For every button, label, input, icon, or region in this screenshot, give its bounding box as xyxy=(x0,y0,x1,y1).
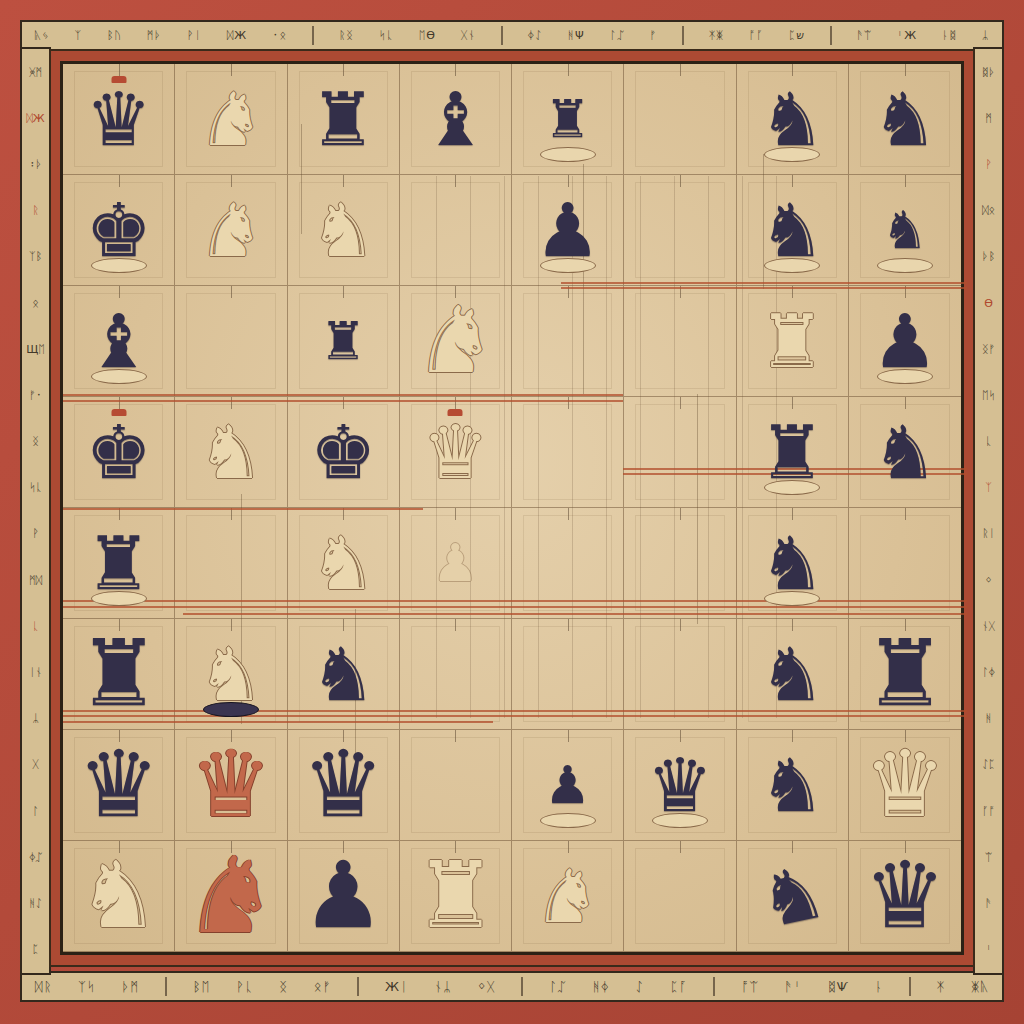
piece-dark-king[interactable]: ♚ xyxy=(63,397,174,507)
king-glyph: ♚ xyxy=(85,193,151,267)
pseudo-glyph: ᛒᚢ xyxy=(107,30,122,41)
pseudo-glyph: ᛗ xyxy=(985,113,992,124)
cell-b1[interactable]: ♞ xyxy=(175,841,287,952)
cell-f1[interactable] xyxy=(624,841,736,952)
pseudo-glyph: ᚩᛠ xyxy=(741,980,759,993)
piece-dark-queen[interactable]: ♛ xyxy=(849,841,961,951)
queen-glyph: ♛ xyxy=(190,739,272,831)
pseudo-glyph: ᚹ xyxy=(985,159,992,170)
rook-glyph: ♜ xyxy=(320,315,367,367)
queen-glyph: ♛ xyxy=(864,739,946,831)
cell-b3[interactable]: ♞ xyxy=(175,619,287,730)
piece-dark-rook[interactable]: ♜ xyxy=(512,64,623,174)
piece-light-knight[interactable]: ♞ xyxy=(288,508,399,618)
piece-dark-knight[interactable]: ♞ xyxy=(737,175,848,285)
queen-glyph: ♛ xyxy=(647,748,713,822)
pseudo-glyph: ᚷᚾ xyxy=(461,30,476,41)
piece-dark-pawn[interactable]: ♟ xyxy=(849,286,961,396)
piece-dark-knight[interactable]: ♞ xyxy=(737,841,848,951)
pseudo-glyph: ᚻΨ xyxy=(567,30,584,41)
queen-glyph: ♛ xyxy=(422,415,488,489)
pseudo-glyph: ᛗᛞ xyxy=(29,575,42,586)
band-divider xyxy=(357,977,359,996)
piece-light-pawn[interactable]: ♟ xyxy=(400,508,511,618)
cell-a6[interactable]: ♝ xyxy=(63,286,175,397)
red-crown-accent xyxy=(111,409,126,416)
pseudo-glyph: ᛤᚣ xyxy=(971,980,989,993)
rook-glyph: ♜ xyxy=(77,628,159,720)
piece-light-knight[interactable]: ♞ xyxy=(63,841,174,951)
pseudo-glyph: ᛝ xyxy=(32,436,39,447)
pseudo-glyph: ᛡᛤ xyxy=(709,30,724,41)
piece-light-queen[interactable]: ♛ xyxy=(400,397,511,507)
cell-b2[interactable]: ♛ xyxy=(175,730,287,841)
piece-dark-knight[interactable]: ♞ xyxy=(737,64,848,174)
piece-light-knight[interactable]: ♞ xyxy=(175,619,286,729)
knight-glyph: ♞ xyxy=(534,859,600,933)
king-glyph: ♚ xyxy=(85,415,151,489)
piece-dark-rook[interactable]: ♜ xyxy=(63,508,174,618)
piece-dark-knight[interactable]: ♞ xyxy=(737,730,848,840)
cell-f8[interactable] xyxy=(624,64,736,175)
pseudo-glyph: ᛖѲ xyxy=(419,30,436,41)
pseudo-glyph: ᚿᛥ xyxy=(942,30,957,41)
piece-light-knight[interactable]: ♞ xyxy=(400,286,511,396)
cell-g1[interactable]: ♞ xyxy=(737,841,849,952)
knight-glyph: ♞ xyxy=(882,204,929,256)
pseudo-glyph: ᚹ xyxy=(32,528,39,539)
cell-g6[interactable]: ♜ xyxy=(737,286,849,397)
cell-g8[interactable]: ♞ xyxy=(737,64,849,175)
cell-a7[interactable]: ♚ xyxy=(63,175,175,286)
piece-light-knight[interactable]: ♞ xyxy=(175,175,286,285)
pseudo-glyph: ᚳ xyxy=(32,621,39,632)
pseudo-glyph: ᚳ xyxy=(985,436,992,447)
pseudo-glyph: ᚱᛁ xyxy=(982,528,995,539)
cell-f3[interactable] xyxy=(624,619,736,730)
cell-a3[interactable]: ♜ xyxy=(63,619,175,730)
cell-d1[interactable]: ♜ xyxy=(400,841,512,952)
pseudo-glyph: ᛒᛖ xyxy=(193,980,211,993)
piece-light-queen[interactable]: ♛ xyxy=(849,730,961,840)
knight-glyph: ♞ xyxy=(872,415,938,489)
queen-glyph: ♛ xyxy=(85,82,151,156)
piece-light-knight[interactable]: ♞ xyxy=(175,64,286,174)
band-divider xyxy=(909,977,911,996)
knight-glyph: ♞ xyxy=(752,853,832,939)
bishop-glyph: ♝ xyxy=(422,82,488,156)
cell-d8[interactable]: ♝ xyxy=(400,64,512,175)
pseudo-glyph: ᛝ xyxy=(279,980,288,993)
piece-light-knight[interactable]: ♞ xyxy=(175,397,286,507)
knight-glyph: ♞ xyxy=(310,637,376,711)
cell-d3[interactable] xyxy=(400,619,512,730)
piece-dark-rook[interactable]: ♜ xyxy=(63,619,174,729)
pseudo-glyph: ᛥᚦ xyxy=(982,67,995,78)
king-glyph: ♚ xyxy=(310,415,376,489)
pseudo-glyph: ᛇ xyxy=(636,980,645,993)
cell-e8[interactable]: ♜ xyxy=(512,64,624,175)
pawn-glyph: ♟ xyxy=(432,537,479,589)
piece-dark-queen[interactable]: ♛ xyxy=(288,730,399,840)
pseudo-glyph: ᛗᚦ xyxy=(147,30,162,41)
cell-h7[interactable]: ♞ xyxy=(849,175,961,286)
piece-dark-knight[interactable]: ♞ xyxy=(849,397,961,507)
knight-glyph: ♞ xyxy=(759,193,825,267)
piece-dark-bishop[interactable]: ♝ xyxy=(400,64,511,174)
pseudo-glyph: ᛉᛋ xyxy=(78,980,96,993)
piece-dark-king[interactable]: ♚ xyxy=(288,397,399,507)
pseudo-glyph: ᚦᛒ xyxy=(982,251,995,262)
cell-b8[interactable]: ♞ xyxy=(175,64,287,175)
piece-dark-queen[interactable]: ♛ xyxy=(624,730,735,840)
pseudo-glyph: ᚠ᛫ xyxy=(29,390,42,401)
cell-h1[interactable]: ♛ xyxy=(849,841,961,952)
cell-b5[interactable]: ♞ xyxy=(175,397,287,508)
pseudo-glyph: ᛞᛟ xyxy=(982,205,995,216)
rook-glyph: ♜ xyxy=(310,82,376,156)
pseudo-glyph: ᚦᛗ xyxy=(122,980,140,993)
cell-a4[interactable]: ♜ xyxy=(63,508,175,619)
piece-light-rook[interactable]: ♜ xyxy=(737,286,848,396)
piece-dark-knight[interactable]: ♞ xyxy=(849,64,961,174)
cell-c6[interactable]: ♜ xyxy=(288,286,400,397)
knight-glyph: ♞ xyxy=(414,295,496,387)
piece-light-rook[interactable]: ♜ xyxy=(400,841,511,951)
pseudo-glyph: ᛈᚪ xyxy=(670,980,688,993)
piece-dark-king[interactable]: ♚ xyxy=(63,175,174,285)
piece-base-light xyxy=(540,147,596,162)
knight-glyph: ♞ xyxy=(310,193,376,267)
cell-c8[interactable]: ♜ xyxy=(288,64,400,175)
piece-dark-rook[interactable]: ♜ xyxy=(288,286,399,396)
piece-dark-pawn[interactable]: ♟ xyxy=(512,730,623,840)
pseudo-glyph: ᛈש xyxy=(789,30,805,41)
pseudo-glyph: ᚻᛄ xyxy=(592,980,610,993)
pseudo-glyph: Жᛁ xyxy=(385,980,409,993)
cell-h2[interactable]: ♛ xyxy=(849,730,961,841)
piece-light-knight[interactable]: ♞ xyxy=(288,175,399,285)
pseudo-glyph: ᛌЖ xyxy=(897,30,917,41)
cell-h3[interactable]: ♜ xyxy=(849,619,961,730)
cell-d7[interactable] xyxy=(400,175,512,286)
pseudo-glyph: ᛜ xyxy=(985,575,992,586)
queen-glyph: ♛ xyxy=(77,739,159,831)
border-band-right: ᛥᚦᛗᚹᛞᛟᚦᛒѲᛝᚠᛖᛋᚳᛉᚱᛁᛜᚾᚷᛚᛄᚻᛇᛈᚪᚩᛠᚫᛌ xyxy=(973,47,1004,975)
piece-red-queen[interactable]: ♛ xyxy=(175,730,286,840)
pseudo-glyph: ᛌ xyxy=(985,944,992,955)
cell-e4[interactable] xyxy=(512,508,624,619)
cell-f2[interactable]: ♛ xyxy=(624,730,736,841)
piece-dark-rook[interactable]: ♜ xyxy=(288,64,399,174)
cell-b6[interactable] xyxy=(175,286,287,397)
red-crown-accent xyxy=(448,409,463,416)
piece-light-knight[interactable]: ♞ xyxy=(512,841,623,951)
pseudo-glyph: ᚿ xyxy=(875,980,884,993)
pseudo-glyph: ᛫ᛟ xyxy=(272,30,287,41)
pseudo-glyph: ᛜᚷ xyxy=(478,980,496,993)
cell-a8[interactable]: ♛ xyxy=(63,64,175,175)
cell-g3[interactable]: ♞ xyxy=(737,619,849,730)
band-divider xyxy=(312,26,314,45)
cell-g5[interactable]: ♜ xyxy=(737,397,849,508)
pseudo-glyph: ᚻ xyxy=(985,713,992,724)
band-divider xyxy=(521,977,523,996)
cell-g4[interactable]: ♞ xyxy=(737,508,849,619)
piece-dark-knight[interactable]: ♞ xyxy=(737,619,848,729)
pseudo-glyph: ᛚᛄ xyxy=(982,667,995,678)
knight-glyph: ♞ xyxy=(759,82,825,156)
framed-chess-plate: ᚣᛃᛉᛒᚢᛗᚦᚹᛁᛞЖ᛫ᛟᚱᛝᛋᚳᛖѲᚷᚾᛄᛇᚻΨᛚᛢᚠᛡᛤᚩᚪᛈשᚫᛠᛌЖᚿᛥ… xyxy=(0,0,1024,1024)
pseudo-glyph: ᚫᛌ xyxy=(785,980,803,993)
red-crown-accent xyxy=(111,76,126,83)
pseudo-glyph: ᛁᚾ xyxy=(29,667,42,678)
rook-glyph: ♜ xyxy=(544,93,591,145)
knight-glyph: ♞ xyxy=(872,82,938,156)
queen-glyph: ♛ xyxy=(864,850,946,942)
cell-e1[interactable]: ♞ xyxy=(512,841,624,952)
pseudo-glyph: ᚻᛇ xyxy=(29,898,42,909)
border-band-left: ᚸᛗᛞЖ᛬ᚦᚱᛉᛒᛟЩᛖᚠ᛫ᛝᛋᚳᚹᛗᛞᚳᛁᚾᛦᚷᛚᛄᛢᚻᛇᛈ xyxy=(20,47,51,975)
queen-glyph: ♛ xyxy=(302,739,384,831)
pseudo-glyph: ᛈ xyxy=(32,944,39,955)
rook-glyph: ♜ xyxy=(414,850,496,942)
pseudo-glyph: ᛚᛢ xyxy=(610,30,625,41)
rook-glyph: ♜ xyxy=(759,415,825,489)
knight-glyph: ♞ xyxy=(198,637,264,711)
cell-e5[interactable] xyxy=(512,397,624,508)
band-divider xyxy=(830,26,832,45)
knight-glyph: ♞ xyxy=(183,843,278,949)
pseudo-glyph: ᛋᚳ xyxy=(29,482,42,493)
cell-d4[interactable]: ♟ xyxy=(400,508,512,619)
piece-dark-knight[interactable]: ♞ xyxy=(849,175,961,285)
pseudo-glyph: ᛡ xyxy=(937,980,946,993)
pawn-glyph: ♟ xyxy=(534,193,600,267)
piece-dark-knight[interactable]: ♞ xyxy=(288,619,399,729)
band-divider xyxy=(501,26,503,45)
cell-f5[interactable] xyxy=(624,397,736,508)
rook-glyph: ♜ xyxy=(85,526,151,600)
cell-e6[interactable] xyxy=(512,286,624,397)
cell-d5[interactable]: ♛ xyxy=(400,397,512,508)
pseudo-glyph: ᛞЖ xyxy=(26,113,44,124)
pseudo-glyph: ᚱ xyxy=(32,205,39,216)
piece-dark-pawn[interactable]: ♟ xyxy=(288,841,399,951)
pseudo-glyph: ᚾᚷ xyxy=(982,621,995,632)
cell-f7[interactable] xyxy=(624,175,736,286)
pseudo-glyph: ᛞᚱ xyxy=(35,980,53,993)
border-band-bottom: ᛞᚱᛉᛋᚦᛗᛒᛖᚹᚳᛝᛟᚠЖᛁᚾᛦᛜᚷᛚᛢᚻᛄᛇᛈᚪᚩᛠᚫᛌᛥѰᚿᛡᛤᚣ xyxy=(20,971,1004,1002)
piece-dark-rook[interactable]: ♜ xyxy=(849,619,961,729)
pseudo-glyph: ᛬ᚦ xyxy=(29,159,42,170)
piece-dark-queen[interactable]: ♛ xyxy=(63,730,174,840)
border-band-top: ᚣᛃᛉᛒᚢᛗᚦᚹᛁᛞЖ᛫ᛟᚱᛝᛋᚳᛖѲᚷᚾᛄᛇᚻΨᛚᛢᚠᛡᛤᚩᚪᛈשᚫᛠᛌЖᚿᛥ… xyxy=(20,20,1004,51)
pseudo-glyph: ᚠ xyxy=(650,30,658,41)
pseudo-glyph: ᚾᛦ xyxy=(434,980,452,993)
band-divider xyxy=(165,977,167,996)
pseudo-glyph: ᚷ xyxy=(32,759,39,770)
cell-h5[interactable]: ♞ xyxy=(849,397,961,508)
pseudo-glyph: ᚹᚳ xyxy=(236,980,254,993)
pseudo-glyph: ᚩᚪ xyxy=(749,30,764,41)
cell-c4[interactable]: ♞ xyxy=(288,508,400,619)
pseudo-glyph: ᚫ xyxy=(985,898,992,909)
pseudo-glyph: Щᛖ xyxy=(26,344,45,355)
piece-base-light xyxy=(877,258,933,273)
cell-c1[interactable]: ♟ xyxy=(288,841,400,952)
piece-dark-bishop[interactable]: ♝ xyxy=(63,286,174,396)
pawn-glyph: ♟ xyxy=(302,850,384,942)
knight-glyph: ♞ xyxy=(198,415,264,489)
pseudo-glyph: ᛋᚳ xyxy=(379,30,394,41)
rook-glyph: ♜ xyxy=(864,628,946,720)
pseudo-glyph: ᚫᛠ xyxy=(857,30,872,41)
pseudo-glyph: ᚣᛃ xyxy=(34,30,49,41)
knight-glyph: ♞ xyxy=(759,637,825,711)
pseudo-glyph: ᛚ xyxy=(32,806,39,817)
pseudo-glyph: ᛦ xyxy=(32,713,39,724)
bishop-glyph: ♝ xyxy=(85,304,151,378)
pawn-glyph: ♟ xyxy=(544,759,591,811)
pseudo-glyph: ᚹᛁ xyxy=(187,30,202,41)
piece-red-knight[interactable]: ♞ xyxy=(175,841,286,951)
pseudo-glyph: ᛝᚠ xyxy=(982,344,995,355)
piece-dark-rook[interactable]: ♜ xyxy=(737,397,848,507)
cell-g7[interactable]: ♞ xyxy=(737,175,849,286)
cell-c5[interactable]: ♚ xyxy=(288,397,400,508)
cell-h4[interactable] xyxy=(849,508,961,619)
cell-c7[interactable]: ♞ xyxy=(288,175,400,286)
pseudo-glyph: ᛄᛇ xyxy=(528,30,543,41)
piece-dark-knight[interactable]: ♞ xyxy=(737,508,848,618)
cell-h8[interactable]: ♞ xyxy=(849,64,961,175)
band-divider xyxy=(713,977,715,996)
rook-glyph: ♜ xyxy=(759,304,825,378)
knight-glyph: ♞ xyxy=(759,526,825,600)
cell-a1[interactable]: ♞ xyxy=(63,841,175,952)
piece-dark-queen[interactable]: ♛ xyxy=(63,64,174,174)
cell-f4[interactable] xyxy=(624,508,736,619)
knight-glyph: ♞ xyxy=(759,748,825,822)
knight-glyph: ♞ xyxy=(77,850,159,942)
cell-c2[interactable]: ♛ xyxy=(288,730,400,841)
pseudo-glyph: ᛦ xyxy=(982,30,990,41)
pseudo-glyph: ᛄᛢ xyxy=(29,852,42,863)
pseudo-glyph: ᛉ xyxy=(985,482,992,493)
cell-a5[interactable]: ♚ xyxy=(63,397,175,508)
pseudo-glyph: ᛚᛢ xyxy=(549,980,567,993)
cell-f6[interactable] xyxy=(624,286,736,397)
cell-e2[interactable]: ♟ xyxy=(512,730,624,841)
knight-glyph: ♞ xyxy=(198,193,264,267)
pseudo-glyph: ᛞЖ xyxy=(227,30,247,41)
pseudo-glyph: ᛉ xyxy=(74,30,82,41)
cell-c3[interactable]: ♞ xyxy=(288,619,400,730)
board[interactable]: ♛♞♜♝♜♞♞♚♞♞♟♞♞♝♜♞♜♟♚♞♚♛♜♞♜♞♟♞♜♞♞♞♜♛♛♛♟♛♞♛… xyxy=(60,61,964,955)
pseudo-glyph: ᛇᛈ xyxy=(982,759,995,770)
cell-b4[interactable] xyxy=(175,508,287,619)
pseudo-glyph: Ѳ xyxy=(984,298,993,309)
cell-h6[interactable]: ♟ xyxy=(849,286,961,397)
cell-d2[interactable] xyxy=(400,730,512,841)
pseudo-glyph: ᚸᛗ xyxy=(29,67,42,78)
knight-glyph: ♞ xyxy=(310,526,376,600)
cell-e3[interactable] xyxy=(512,619,624,730)
pseudo-glyph: ᛠ xyxy=(985,852,992,863)
knight-glyph: ♞ xyxy=(198,82,264,156)
pseudo-glyph: ᛖᛋ xyxy=(982,390,995,401)
pseudo-glyph: ᛟᚠ xyxy=(314,980,332,993)
piece-dark-pawn[interactable]: ♟ xyxy=(512,175,623,285)
pseudo-glyph: ᚱᛝ xyxy=(339,30,354,41)
pseudo-glyph: ᛟ xyxy=(32,298,39,309)
pseudo-glyph: ᛉᛒ xyxy=(29,251,42,262)
cell-e7[interactable]: ♟ xyxy=(512,175,624,286)
cell-b7[interactable]: ♞ xyxy=(175,175,287,286)
pawn-glyph: ♟ xyxy=(872,304,938,378)
piece-base-light xyxy=(540,813,596,828)
cell-g2[interactable]: ♞ xyxy=(737,730,849,841)
cell-a2[interactable]: ♛ xyxy=(63,730,175,841)
pseudo-glyph: ᛥѰ xyxy=(828,980,849,993)
band-divider xyxy=(682,26,684,45)
pseudo-glyph: ᚪᚩ xyxy=(982,806,995,817)
cell-d6[interactable]: ♞ xyxy=(400,286,512,397)
